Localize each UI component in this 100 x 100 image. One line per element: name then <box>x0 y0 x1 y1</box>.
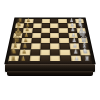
square[interactable] <box>50 38 60 43</box>
square[interactable] <box>50 33 59 38</box>
square[interactable] <box>59 38 69 43</box>
square[interactable] <box>30 43 40 49</box>
square[interactable] <box>40 43 50 49</box>
board-base-foot <box>7 71 93 76</box>
square[interactable] <box>50 28 59 33</box>
board-perspective-wrapper: ♜♟♟♜♞♟♟♞♝♟♟♝♚♟♟♚♛♟♟♛♝♟♟♝♞♟♟♞♜♟♟♜ <box>6 18 95 63</box>
square[interactable] <box>31 38 41 43</box>
square[interactable] <box>59 33 69 38</box>
product-photo-scene: ♜♟♟♜♞♟♟♞♝♟♟♝♚♟♟♚♛♟♟♛♝♟♟♝♞♟♟♞♜♟♟♜ <box>0 0 100 100</box>
square[interactable] <box>32 33 42 38</box>
square[interactable] <box>41 28 50 33</box>
square[interactable] <box>32 28 41 33</box>
square[interactable] <box>41 33 50 38</box>
square[interactable] <box>60 43 70 49</box>
chessboard: ♜♟♟♜♞♟♟♞♝♟♟♝♚♟♟♚♛♟♟♛♝♟♟♝♞♟♟♞♜♟♟♜ <box>6 18 95 63</box>
square[interactable] <box>40 38 50 43</box>
square[interactable] <box>50 43 60 49</box>
